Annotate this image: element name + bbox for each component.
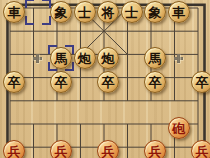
piece-black-soldier[interactable]: 卒 — [3, 71, 25, 93]
piece-red-soldier[interactable]: 兵 — [191, 140, 210, 158]
piece-black-soldier[interactable]: 卒 — [144, 71, 166, 93]
cannon-point-marker — [174, 54, 183, 63]
piece-black-soldier[interactable]: 卒 — [50, 71, 72, 93]
piece-red-soldier[interactable]: 兵 — [50, 140, 72, 158]
piece-black-chariot[interactable]: 車 — [3, 1, 25, 23]
last-move-from-marker — [25, 0, 51, 25]
cannon-point-marker — [33, 54, 42, 63]
piece-black-cannon[interactable]: 炮 — [74, 47, 96, 69]
piece-black-advisor[interactable]: 士 — [74, 1, 96, 23]
piece-red-soldier[interactable]: 兵 — [3, 140, 25, 158]
piece-red-cannon[interactable]: 砲 — [168, 117, 190, 139]
piece-black-elephant[interactable]: 象 — [144, 1, 166, 23]
piece-black-soldier[interactable]: 卒 — [191, 71, 210, 93]
piece-red-soldier[interactable]: 兵 — [97, 140, 119, 158]
piece-black-chariot[interactable]: 車 — [168, 1, 190, 23]
piece-black-soldier[interactable]: 卒 — [97, 71, 119, 93]
piece-black-elephant[interactable]: 象 — [50, 1, 72, 23]
piece-red-soldier[interactable]: 兵 — [144, 140, 166, 158]
piece-black-advisor[interactable]: 士 — [121, 1, 143, 23]
xiangqi-board[interactable]: 車象士将士象車馬炮炮馬卒卒卒卒卒砲兵兵兵兵兵 — [0, 0, 210, 158]
piece-black-general[interactable]: 将 — [97, 1, 119, 23]
